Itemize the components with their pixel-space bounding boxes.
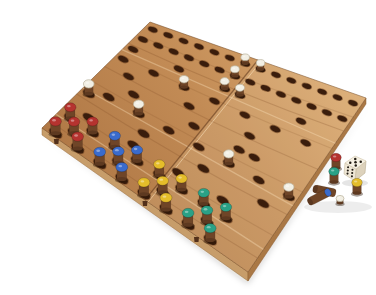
peg-base	[73, 146, 83, 150]
peg-cap-highlight	[286, 185, 289, 187]
peg-base	[257, 68, 264, 71]
peg-base	[134, 112, 143, 116]
peg-cap	[133, 100, 144, 108]
loose-peg-yellow[interactable]	[351, 178, 363, 196]
peg-base	[95, 162, 105, 166]
peg-white[interactable]	[219, 78, 230, 92]
die-pip	[351, 169, 353, 171]
die-pip	[354, 158, 357, 161]
peg-cap-highlight	[67, 105, 71, 107]
peg-cap	[329, 167, 340, 175]
peg-base	[117, 177, 127, 181]
peg-cap-highlight	[112, 134, 116, 136]
peg-cap	[157, 176, 169, 185]
peg-base	[337, 202, 344, 205]
peg-cap	[160, 193, 172, 202]
die-pip	[347, 166, 349, 168]
peg-white[interactable]	[235, 84, 246, 98]
peg-cap-highlight	[118, 165, 122, 167]
peg-cap-highlight	[136, 102, 139, 104]
peg-green[interactable]	[219, 203, 232, 222]
peg-base	[221, 87, 229, 90]
peg-cap-highlight	[115, 149, 119, 151]
die-pip	[349, 161, 352, 164]
loose-peg-green[interactable]	[328, 167, 340, 185]
peg-base	[132, 159, 141, 163]
peg-cap	[116, 162, 128, 171]
peg-blue[interactable]	[115, 162, 129, 182]
peg-white[interactable]	[256, 60, 266, 73]
peg-cap	[256, 60, 265, 67]
peg-cap	[179, 75, 189, 82]
die-pip	[346, 173, 348, 175]
peg-cap-highlight	[134, 148, 138, 150]
peg-cap	[138, 178, 150, 187]
game-board	[0, 0, 376, 295]
die-pip	[360, 160, 363, 163]
peg-cap-highlight	[338, 197, 341, 199]
latch-notch	[194, 237, 199, 242]
peg-red[interactable]	[71, 132, 85, 152]
loose-peg-white[interactable]	[335, 195, 344, 206]
peg-red[interactable]	[49, 117, 63, 137]
peg-base	[236, 93, 244, 96]
peg-yellow[interactable]	[175, 174, 188, 193]
peg-cap	[336, 195, 344, 201]
peg-cap	[352, 178, 363, 186]
latch-notch	[54, 139, 59, 144]
peg-base	[51, 131, 61, 135]
peg-base	[84, 92, 93, 96]
peg-base	[242, 62, 249, 65]
peg-cap-highlight	[86, 82, 89, 84]
photo-scene	[0, 0, 376, 295]
peg-yellow[interactable]	[137, 178, 151, 198]
peg-base	[202, 220, 212, 224]
peg-cap	[50, 117, 62, 126]
peg-base	[199, 202, 208, 206]
peg-cap	[204, 224, 216, 233]
peg-cap	[87, 117, 98, 126]
peg-cap-highlight	[89, 119, 93, 121]
peg-cap-highlight	[232, 68, 235, 70]
peg-cap	[331, 153, 342, 161]
peg-cap-highlight	[222, 79, 225, 81]
peg-white[interactable]	[283, 183, 295, 200]
peg-cap	[72, 132, 84, 141]
die-pip	[351, 175, 353, 177]
peg-cap-highlight	[223, 205, 227, 207]
peg-cap	[83, 80, 94, 88]
peg-cap	[94, 147, 106, 156]
peg-base	[88, 131, 97, 135]
peg-base	[183, 223, 193, 227]
peg-white[interactable]	[133, 100, 145, 117]
peg-cap-highlight	[52, 119, 56, 121]
peg-cap-highlight	[354, 180, 357, 182]
peg-cap	[201, 206, 213, 215]
peg-cap	[112, 147, 124, 156]
peg-cap	[235, 84, 244, 91]
peg-white[interactable]	[240, 54, 250, 67]
peg-cap-highlight	[71, 119, 75, 121]
peg-white[interactable]	[179, 75, 190, 90]
peg-base	[221, 216, 230, 220]
peg-cap-highlight	[204, 208, 208, 210]
peg-yellow[interactable]	[159, 193, 173, 213]
peg-cap-highlight	[237, 86, 240, 88]
peg-cap-highlight	[258, 61, 261, 63]
peg-cap-highlight	[178, 176, 182, 178]
peg-cap	[176, 174, 187, 183]
die-pip	[347, 169, 349, 171]
peg-cap	[68, 117, 80, 126]
peg-green[interactable]	[203, 224, 217, 244]
peg-cap-highlight	[156, 162, 160, 164]
die-pip	[355, 164, 358, 167]
peg-cap	[182, 208, 194, 217]
peg-cap	[131, 146, 142, 155]
peg-base	[205, 238, 215, 242]
peg-cap-highlight	[140, 180, 144, 182]
peg-red[interactable]	[86, 117, 99, 136]
peg-cap	[154, 160, 165, 169]
peg-cap-highlight	[200, 191, 204, 193]
peg-cap	[223, 150, 234, 158]
peg-base	[177, 188, 186, 192]
peg-cap	[230, 66, 239, 73]
peg-cap-highlight	[181, 77, 184, 79]
peg-cap-highlight	[331, 169, 334, 171]
peg-base	[231, 75, 238, 78]
peg-cap-highlight	[74, 134, 78, 136]
peg-cap	[220, 78, 229, 85]
peg-cap-highlight	[185, 211, 189, 213]
peg-base	[161, 207, 171, 211]
peg-green[interactable]	[200, 206, 213, 226]
peg-white[interactable]	[223, 150, 235, 167]
peg-cap	[284, 183, 295, 191]
peg-cap-highlight	[226, 152, 229, 154]
peg-green[interactable]	[181, 208, 195, 228]
peg-base	[330, 180, 339, 184]
peg-cap	[65, 103, 76, 112]
peg-base	[139, 192, 149, 196]
peg-cap	[198, 188, 209, 197]
peg-white[interactable]	[230, 66, 240, 80]
peg-blue[interactable]	[130, 146, 143, 165]
peg-cap-highlight	[333, 155, 336, 157]
peg-cap	[109, 131, 120, 140]
peg-base	[224, 162, 233, 166]
die-pip	[354, 161, 357, 164]
peg-cap-highlight	[243, 56, 246, 58]
peg-white[interactable]	[83, 80, 95, 98]
peg-cap-highlight	[159, 179, 163, 181]
die-pip	[351, 172, 353, 174]
peg-cap-highlight	[163, 195, 167, 197]
peg-cap-highlight	[207, 226, 211, 228]
peg-base	[284, 195, 293, 199]
peg-cap	[220, 203, 231, 212]
peg-cap	[241, 54, 250, 61]
peg-base	[180, 85, 188, 88]
peg-blue[interactable]	[93, 147, 107, 167]
latch-notch	[143, 201, 148, 206]
peg-green[interactable]	[197, 188, 210, 207]
peg-base	[353, 191, 362, 195]
peg-cap-highlight	[96, 150, 100, 152]
